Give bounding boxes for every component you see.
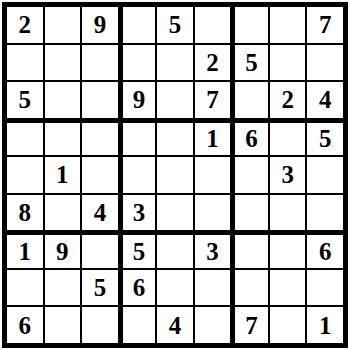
cell-r5c1[interactable] [7,157,43,193]
cell-r2c7: 5 [232,45,268,81]
cell-r7c2: 9 [45,232,81,268]
cell-r8c3: 5 [82,270,118,306]
cell-r8c4: 6 [120,270,156,306]
cell-r4c9: 5 [307,120,343,156]
cell-r6c6[interactable] [195,195,231,231]
cell-r2c2[interactable] [45,45,81,81]
cell-r4c5[interactable] [157,120,193,156]
cell-r4c6: 1 [195,120,231,156]
cell-r1c3: 9 [82,7,118,43]
cell-r7c7[interactable] [232,232,268,268]
cell-r3c4: 9 [120,82,156,118]
cell-r9c6[interactable] [195,307,231,343]
cell-r7c1: 1 [7,232,43,268]
cell-r3c3[interactable] [82,82,118,118]
cell-r5c5[interactable] [157,157,193,193]
cell-r1c4[interactable] [120,7,156,43]
cell-r9c1: 6 [7,307,43,343]
cell-r8c9[interactable] [307,270,343,306]
cell-r7c8[interactable] [270,232,306,268]
cell-r9c9: 1 [307,307,343,343]
cell-r4c4[interactable] [120,120,156,156]
cell-r2c5[interactable] [157,45,193,81]
sudoku-page: 295725597241651384319536566471 [0,0,350,350]
cell-r7c6: 3 [195,232,231,268]
cell-r7c9: 6 [307,232,343,268]
cell-r1c1: 2 [7,7,43,43]
cell-r1c2[interactable] [45,7,81,43]
cell-r2c1[interactable] [7,45,43,81]
cell-r8c7[interactable] [232,270,268,306]
cell-r6c8[interactable] [270,195,306,231]
cell-r3c9: 4 [307,82,343,118]
cell-r1c6[interactable] [195,7,231,43]
cell-r9c3[interactable] [82,307,118,343]
cell-r3c6: 7 [195,82,231,118]
cell-r3c1: 5 [7,82,43,118]
cell-r8c2[interactable] [45,270,81,306]
cell-r9c4[interactable] [120,307,156,343]
cell-r9c2[interactable] [45,307,81,343]
cell-r2c4[interactable] [120,45,156,81]
cell-r8c6[interactable] [195,270,231,306]
cell-r9c8[interactable] [270,307,306,343]
cell-r7c4: 5 [120,232,156,268]
cell-r1c8[interactable] [270,7,306,43]
cell-r2c6: 2 [195,45,231,81]
cell-r3c8: 2 [270,82,306,118]
cell-r5c3[interactable] [82,157,118,193]
sudoku-board: 295725597241651384319536566471 [2,2,348,348]
cell-r6c5[interactable] [157,195,193,231]
cell-r5c4[interactable] [120,157,156,193]
cell-r5c7[interactable] [232,157,268,193]
cell-r2c8[interactable] [270,45,306,81]
cell-r1c7[interactable] [232,7,268,43]
cell-r1c5: 5 [157,7,193,43]
cell-r6c4: 3 [120,195,156,231]
cell-r5c8: 3 [270,157,306,193]
cell-r2c9[interactable] [307,45,343,81]
cell-r6c3: 4 [82,195,118,231]
cell-r7c5[interactable] [157,232,193,268]
cell-r8c5[interactable] [157,270,193,306]
cell-r3c5[interactable] [157,82,193,118]
cell-r2c3[interactable] [82,45,118,81]
cell-r6c1: 8 [7,195,43,231]
cell-r6c7[interactable] [232,195,268,231]
cell-r4c8[interactable] [270,120,306,156]
cell-r4c3[interactable] [82,120,118,156]
cell-r5c6[interactable] [195,157,231,193]
cell-r5c2: 1 [45,157,81,193]
cell-r4c2[interactable] [45,120,81,156]
cell-r3c7[interactable] [232,82,268,118]
cell-r6c2[interactable] [45,195,81,231]
cell-r8c1[interactable] [7,270,43,306]
cell-r4c7: 6 [232,120,268,156]
cell-r4c1[interactable] [7,120,43,156]
cell-r6c9[interactable] [307,195,343,231]
cell-r9c5: 4 [157,307,193,343]
cell-r5c9[interactable] [307,157,343,193]
cell-r3c2[interactable] [45,82,81,118]
cell-r9c7: 7 [232,307,268,343]
cell-r1c9: 7 [307,7,343,43]
cell-r8c8[interactable] [270,270,306,306]
cell-r7c3[interactable] [82,232,118,268]
